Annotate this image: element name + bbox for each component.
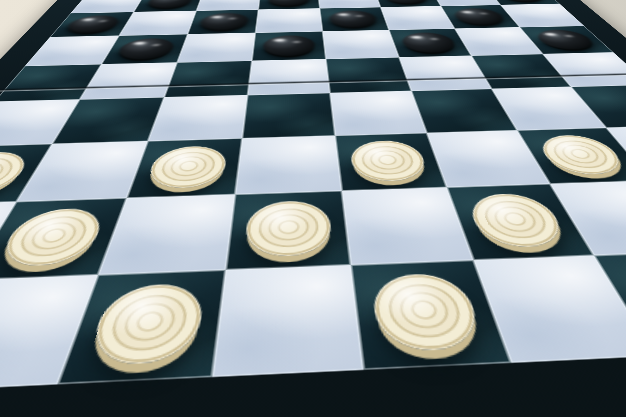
black-man[interactable] [383, 0, 430, 4]
square-r2c3-dark[interactable] [252, 31, 326, 60]
black-man[interactable] [495, 0, 548, 2]
white-man[interactable] [0, 207, 108, 267]
square-r4c4-light[interactable] [330, 91, 427, 136]
square-r4c3-dark[interactable] [242, 93, 335, 138]
white-man[interactable] [349, 140, 431, 182]
black-man[interactable] [451, 8, 509, 25]
square-r3c2-dark[interactable] [164, 61, 252, 98]
table-background [0, 0, 626, 417]
board-frame [0, 0, 626, 417]
square-r3c4-dark[interactable] [326, 57, 411, 93]
black-man[interactable] [399, 32, 459, 53]
black-man[interactable] [531, 29, 600, 50]
white-man[interactable] [244, 200, 333, 258]
square-r1c2-dark[interactable] [188, 10, 259, 35]
checkers-board [0, 0, 626, 400]
black-man[interactable] [268, 0, 311, 6]
white-man[interactable] [533, 134, 626, 175]
black-man[interactable] [198, 13, 250, 31]
square-r4c2-light[interactable] [148, 95, 248, 141]
square-r3c3-light[interactable] [248, 59, 330, 95]
white-man[interactable] [369, 273, 486, 353]
black-man[interactable] [114, 38, 177, 60]
square-r2c4-light[interactable] [323, 30, 399, 59]
square-r5c3-light[interactable] [235, 136, 342, 195]
white-man[interactable] [464, 193, 571, 249]
white-man[interactable] [144, 145, 228, 189]
black-man[interactable] [328, 10, 379, 28]
black-man[interactable] [262, 35, 315, 56]
square-r2c2-light[interactable] [177, 33, 255, 63]
square-r6c3-dark[interactable] [226, 191, 351, 270]
square-r1c1-light[interactable] [119, 11, 196, 36]
square-r1c4-dark[interactable] [320, 7, 389, 31]
black-man[interactable] [145, 0, 194, 9]
white-man[interactable] [84, 283, 207, 366]
square-r1c3-light[interactable] [255, 8, 322, 32]
square-r7c3-light[interactable] [212, 265, 363, 377]
black-man[interactable] [62, 15, 123, 33]
